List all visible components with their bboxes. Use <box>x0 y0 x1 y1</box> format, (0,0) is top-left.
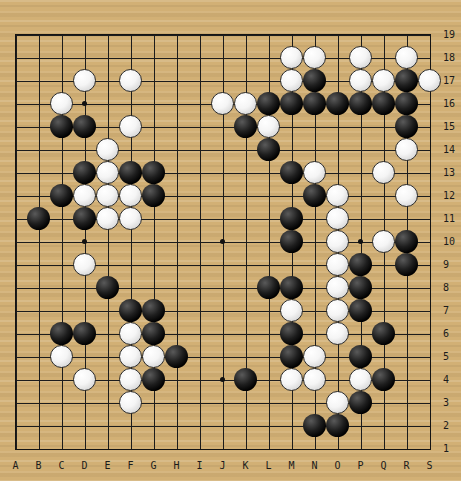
intersection-H9[interactable] <box>165 253 188 276</box>
intersection-O7[interactable] <box>326 299 349 322</box>
intersection-P10[interactable] <box>349 230 372 253</box>
intersection-N5[interactable] <box>303 345 326 368</box>
intersection-O1[interactable] <box>326 437 349 460</box>
intersection-D12[interactable] <box>73 184 96 207</box>
intersection-I3[interactable] <box>188 391 211 414</box>
intersection-B4[interactable] <box>27 368 50 391</box>
intersection-N6[interactable] <box>303 322 326 345</box>
intersection-H4[interactable] <box>165 368 188 391</box>
intersection-B12[interactable] <box>27 184 50 207</box>
intersection-S19[interactable] <box>418 23 441 46</box>
intersection-K10[interactable] <box>234 230 257 253</box>
intersection-E15[interactable] <box>96 115 119 138</box>
intersection-G7[interactable] <box>142 299 165 322</box>
intersection-D1[interactable] <box>73 437 96 460</box>
intersection-B18[interactable] <box>27 46 50 69</box>
intersection-I19[interactable] <box>188 23 211 46</box>
intersection-P2[interactable] <box>349 414 372 437</box>
intersection-C16[interactable] <box>50 92 73 115</box>
intersection-L16[interactable] <box>257 92 280 115</box>
intersection-J2[interactable] <box>211 414 234 437</box>
intersection-O16[interactable] <box>326 92 349 115</box>
intersection-Q8[interactable] <box>372 276 395 299</box>
intersection-E8[interactable] <box>96 276 119 299</box>
intersection-K4[interactable] <box>234 368 257 391</box>
intersection-G12[interactable] <box>142 184 165 207</box>
intersection-D6[interactable] <box>73 322 96 345</box>
intersection-L13[interactable] <box>257 161 280 184</box>
intersection-H19[interactable] <box>165 23 188 46</box>
intersection-S15[interactable] <box>418 115 441 138</box>
intersection-K7[interactable] <box>234 299 257 322</box>
intersection-A5[interactable] <box>4 345 27 368</box>
intersection-S10[interactable] <box>418 230 441 253</box>
intersection-F3[interactable] <box>119 391 142 414</box>
intersection-K8[interactable] <box>234 276 257 299</box>
intersection-R7[interactable] <box>395 299 418 322</box>
intersection-A7[interactable] <box>4 299 27 322</box>
intersection-A16[interactable] <box>4 92 27 115</box>
intersection-B2[interactable] <box>27 414 50 437</box>
intersection-P4[interactable] <box>349 368 372 391</box>
intersection-A4[interactable] <box>4 368 27 391</box>
intersection-N14[interactable] <box>303 138 326 161</box>
intersection-B11[interactable] <box>27 207 50 230</box>
intersection-M2[interactable] <box>280 414 303 437</box>
intersection-M16[interactable] <box>280 92 303 115</box>
intersection-M6[interactable] <box>280 322 303 345</box>
intersection-A8[interactable] <box>4 276 27 299</box>
intersection-F7[interactable] <box>119 299 142 322</box>
intersection-O18[interactable] <box>326 46 349 69</box>
intersection-N15[interactable] <box>303 115 326 138</box>
intersection-N9[interactable] <box>303 253 326 276</box>
intersection-S4[interactable] <box>418 368 441 391</box>
intersection-E3[interactable] <box>96 391 119 414</box>
intersection-P7[interactable] <box>349 299 372 322</box>
intersection-E14[interactable] <box>96 138 119 161</box>
intersection-F5[interactable] <box>119 345 142 368</box>
intersection-R10[interactable] <box>395 230 418 253</box>
intersection-C6[interactable] <box>50 322 73 345</box>
intersection-K16[interactable] <box>234 92 257 115</box>
intersection-B13[interactable] <box>27 161 50 184</box>
intersection-J12[interactable] <box>211 184 234 207</box>
intersection-P19[interactable] <box>349 23 372 46</box>
intersection-I6[interactable] <box>188 322 211 345</box>
intersection-N13[interactable] <box>303 161 326 184</box>
intersection-D4[interactable] <box>73 368 96 391</box>
intersection-H5[interactable] <box>165 345 188 368</box>
intersection-S12[interactable] <box>418 184 441 207</box>
intersection-O9[interactable] <box>326 253 349 276</box>
intersection-D9[interactable] <box>73 253 96 276</box>
intersection-F17[interactable] <box>119 69 142 92</box>
intersection-K3[interactable] <box>234 391 257 414</box>
intersection-I14[interactable] <box>188 138 211 161</box>
intersection-J11[interactable] <box>211 207 234 230</box>
intersection-A3[interactable] <box>4 391 27 414</box>
intersection-L5[interactable] <box>257 345 280 368</box>
intersection-J10[interactable] <box>211 230 234 253</box>
intersection-O8[interactable] <box>326 276 349 299</box>
intersection-N11[interactable] <box>303 207 326 230</box>
intersection-L6[interactable] <box>257 322 280 345</box>
intersection-S6[interactable] <box>418 322 441 345</box>
intersection-O3[interactable] <box>326 391 349 414</box>
intersection-E18[interactable] <box>96 46 119 69</box>
intersection-K18[interactable] <box>234 46 257 69</box>
intersection-L1[interactable] <box>257 437 280 460</box>
intersection-C8[interactable] <box>50 276 73 299</box>
intersection-M15[interactable] <box>280 115 303 138</box>
intersection-J15[interactable] <box>211 115 234 138</box>
intersection-M18[interactable] <box>280 46 303 69</box>
intersection-R2[interactable] <box>395 414 418 437</box>
intersection-L10[interactable] <box>257 230 280 253</box>
intersection-I13[interactable] <box>188 161 211 184</box>
intersection-J17[interactable] <box>211 69 234 92</box>
intersection-B17[interactable] <box>27 69 50 92</box>
intersection-O10[interactable] <box>326 230 349 253</box>
intersection-L7[interactable] <box>257 299 280 322</box>
intersection-B19[interactable] <box>27 23 50 46</box>
intersection-F15[interactable] <box>119 115 142 138</box>
intersection-J13[interactable] <box>211 161 234 184</box>
intersection-M7[interactable] <box>280 299 303 322</box>
intersection-B5[interactable] <box>27 345 50 368</box>
intersection-M10[interactable] <box>280 230 303 253</box>
intersection-F1[interactable] <box>119 437 142 460</box>
intersection-A12[interactable] <box>4 184 27 207</box>
intersection-H12[interactable] <box>165 184 188 207</box>
intersection-C13[interactable] <box>50 161 73 184</box>
intersection-S3[interactable] <box>418 391 441 414</box>
intersection-A14[interactable] <box>4 138 27 161</box>
intersection-M19[interactable] <box>280 23 303 46</box>
intersection-I9[interactable] <box>188 253 211 276</box>
intersection-F13[interactable] <box>119 161 142 184</box>
intersection-I8[interactable] <box>188 276 211 299</box>
intersection-G19[interactable] <box>142 23 165 46</box>
intersection-G13[interactable] <box>142 161 165 184</box>
intersection-H15[interactable] <box>165 115 188 138</box>
intersection-P5[interactable] <box>349 345 372 368</box>
intersection-L14[interactable] <box>257 138 280 161</box>
intersection-D16[interactable] <box>73 92 96 115</box>
intersection-L17[interactable] <box>257 69 280 92</box>
intersection-R4[interactable] <box>395 368 418 391</box>
intersection-P12[interactable] <box>349 184 372 207</box>
intersection-P18[interactable] <box>349 46 372 69</box>
intersection-D11[interactable] <box>73 207 96 230</box>
intersection-I11[interactable] <box>188 207 211 230</box>
intersection-H13[interactable] <box>165 161 188 184</box>
intersection-S18[interactable] <box>418 46 441 69</box>
intersection-S5[interactable] <box>418 345 441 368</box>
intersection-R18[interactable] <box>395 46 418 69</box>
intersection-E5[interactable] <box>96 345 119 368</box>
intersection-Q14[interactable] <box>372 138 395 161</box>
intersection-H11[interactable] <box>165 207 188 230</box>
intersection-O19[interactable] <box>326 23 349 46</box>
intersection-Q17[interactable] <box>372 69 395 92</box>
intersection-H14[interactable] <box>165 138 188 161</box>
intersection-C5[interactable] <box>50 345 73 368</box>
intersection-N16[interactable] <box>303 92 326 115</box>
intersection-J6[interactable] <box>211 322 234 345</box>
intersection-P11[interactable] <box>349 207 372 230</box>
intersection-N10[interactable] <box>303 230 326 253</box>
intersection-E2[interactable] <box>96 414 119 437</box>
intersection-I1[interactable] <box>188 437 211 460</box>
intersection-J3[interactable] <box>211 391 234 414</box>
intersection-S14[interactable] <box>418 138 441 161</box>
intersection-Q18[interactable] <box>372 46 395 69</box>
intersection-B10[interactable] <box>27 230 50 253</box>
intersection-G18[interactable] <box>142 46 165 69</box>
intersection-B6[interactable] <box>27 322 50 345</box>
intersection-G14[interactable] <box>142 138 165 161</box>
intersection-K19[interactable] <box>234 23 257 46</box>
intersection-P15[interactable] <box>349 115 372 138</box>
intersection-M12[interactable] <box>280 184 303 207</box>
intersection-G10[interactable] <box>142 230 165 253</box>
intersection-B14[interactable] <box>27 138 50 161</box>
intersection-C14[interactable] <box>50 138 73 161</box>
intersection-L15[interactable] <box>257 115 280 138</box>
intersection-A17[interactable] <box>4 69 27 92</box>
intersection-G17[interactable] <box>142 69 165 92</box>
intersection-G11[interactable] <box>142 207 165 230</box>
intersection-R17[interactable] <box>395 69 418 92</box>
intersection-I4[interactable] <box>188 368 211 391</box>
intersection-A15[interactable] <box>4 115 27 138</box>
intersection-D2[interactable] <box>73 414 96 437</box>
intersection-Q3[interactable] <box>372 391 395 414</box>
intersection-G3[interactable] <box>142 391 165 414</box>
intersection-L18[interactable] <box>257 46 280 69</box>
intersection-M1[interactable] <box>280 437 303 460</box>
intersection-B3[interactable] <box>27 391 50 414</box>
intersection-M13[interactable] <box>280 161 303 184</box>
intersection-L11[interactable] <box>257 207 280 230</box>
intersection-D5[interactable] <box>73 345 96 368</box>
intersection-R6[interactable] <box>395 322 418 345</box>
intersection-H7[interactable] <box>165 299 188 322</box>
intersection-R11[interactable] <box>395 207 418 230</box>
intersection-B8[interactable] <box>27 276 50 299</box>
intersection-I2[interactable] <box>188 414 211 437</box>
intersection-E4[interactable] <box>96 368 119 391</box>
intersection-A19[interactable] <box>4 23 27 46</box>
intersection-A6[interactable] <box>4 322 27 345</box>
intersection-S16[interactable] <box>418 92 441 115</box>
intersection-F8[interactable] <box>119 276 142 299</box>
intersection-L19[interactable] <box>257 23 280 46</box>
intersection-C17[interactable] <box>50 69 73 92</box>
intersection-D14[interactable] <box>73 138 96 161</box>
intersection-B7[interactable] <box>27 299 50 322</box>
intersection-M3[interactable] <box>280 391 303 414</box>
intersection-J7[interactable] <box>211 299 234 322</box>
intersection-B1[interactable] <box>27 437 50 460</box>
intersection-N8[interactable] <box>303 276 326 299</box>
intersection-A13[interactable] <box>4 161 27 184</box>
intersection-J1[interactable] <box>211 437 234 460</box>
intersection-E10[interactable] <box>96 230 119 253</box>
intersection-R5[interactable] <box>395 345 418 368</box>
intersection-I5[interactable] <box>188 345 211 368</box>
intersection-R8[interactable] <box>395 276 418 299</box>
intersection-P17[interactable] <box>349 69 372 92</box>
intersection-D8[interactable] <box>73 276 96 299</box>
intersection-J16[interactable] <box>211 92 234 115</box>
intersection-C10[interactable] <box>50 230 73 253</box>
intersection-S8[interactable] <box>418 276 441 299</box>
intersection-F19[interactable] <box>119 23 142 46</box>
intersection-F11[interactable] <box>119 207 142 230</box>
intersection-H3[interactable] <box>165 391 188 414</box>
intersection-G2[interactable] <box>142 414 165 437</box>
intersection-N1[interactable] <box>303 437 326 460</box>
intersection-A10[interactable] <box>4 230 27 253</box>
intersection-P13[interactable] <box>349 161 372 184</box>
intersection-L8[interactable] <box>257 276 280 299</box>
intersection-Q2[interactable] <box>372 414 395 437</box>
intersection-O5[interactable] <box>326 345 349 368</box>
intersection-O15[interactable] <box>326 115 349 138</box>
intersection-G16[interactable] <box>142 92 165 115</box>
intersection-N2[interactable] <box>303 414 326 437</box>
intersection-Q19[interactable] <box>372 23 395 46</box>
intersection-Q1[interactable] <box>372 437 395 460</box>
intersection-Q6[interactable] <box>372 322 395 345</box>
intersection-C3[interactable] <box>50 391 73 414</box>
intersection-H6[interactable] <box>165 322 188 345</box>
intersection-H18[interactable] <box>165 46 188 69</box>
intersection-K13[interactable] <box>234 161 257 184</box>
intersection-G8[interactable] <box>142 276 165 299</box>
intersection-M14[interactable] <box>280 138 303 161</box>
intersection-P6[interactable] <box>349 322 372 345</box>
intersection-N3[interactable] <box>303 391 326 414</box>
intersection-Q15[interactable] <box>372 115 395 138</box>
intersection-C1[interactable] <box>50 437 73 460</box>
intersection-N7[interactable] <box>303 299 326 322</box>
intersection-F9[interactable] <box>119 253 142 276</box>
intersection-A11[interactable] <box>4 207 27 230</box>
intersection-D17[interactable] <box>73 69 96 92</box>
intersection-O4[interactable] <box>326 368 349 391</box>
intersection-I15[interactable] <box>188 115 211 138</box>
intersection-O17[interactable] <box>326 69 349 92</box>
intersection-F18[interactable] <box>119 46 142 69</box>
intersection-R9[interactable] <box>395 253 418 276</box>
intersection-R16[interactable] <box>395 92 418 115</box>
intersection-K12[interactable] <box>234 184 257 207</box>
intersection-B9[interactable] <box>27 253 50 276</box>
intersection-O14[interactable] <box>326 138 349 161</box>
intersection-E13[interactable] <box>96 161 119 184</box>
intersection-N12[interactable] <box>303 184 326 207</box>
intersection-Q12[interactable] <box>372 184 395 207</box>
intersection-C7[interactable] <box>50 299 73 322</box>
intersection-H8[interactable] <box>165 276 188 299</box>
intersection-G15[interactable] <box>142 115 165 138</box>
intersection-S1[interactable] <box>418 437 441 460</box>
intersection-K17[interactable] <box>234 69 257 92</box>
intersection-F10[interactable] <box>119 230 142 253</box>
intersection-C9[interactable] <box>50 253 73 276</box>
intersection-A18[interactable] <box>4 46 27 69</box>
intersection-G4[interactable] <box>142 368 165 391</box>
intersection-G1[interactable] <box>142 437 165 460</box>
intersection-H10[interactable] <box>165 230 188 253</box>
intersection-E1[interactable] <box>96 437 119 460</box>
intersection-H17[interactable] <box>165 69 188 92</box>
intersection-Q4[interactable] <box>372 368 395 391</box>
intersection-S9[interactable] <box>418 253 441 276</box>
intersection-C15[interactable] <box>50 115 73 138</box>
intersection-O6[interactable] <box>326 322 349 345</box>
intersection-A9[interactable] <box>4 253 27 276</box>
intersection-P16[interactable] <box>349 92 372 115</box>
intersection-J8[interactable] <box>211 276 234 299</box>
intersection-D10[interactable] <box>73 230 96 253</box>
intersection-D19[interactable] <box>73 23 96 46</box>
intersection-N4[interactable] <box>303 368 326 391</box>
intersection-N17[interactable] <box>303 69 326 92</box>
intersection-P14[interactable] <box>349 138 372 161</box>
intersection-B16[interactable] <box>27 92 50 115</box>
intersection-I7[interactable] <box>188 299 211 322</box>
intersection-Q9[interactable] <box>372 253 395 276</box>
intersection-M11[interactable] <box>280 207 303 230</box>
intersection-H16[interactable] <box>165 92 188 115</box>
intersection-R1[interactable] <box>395 437 418 460</box>
intersection-I18[interactable] <box>188 46 211 69</box>
intersection-O12[interactable] <box>326 184 349 207</box>
intersection-R3[interactable] <box>395 391 418 414</box>
intersection-P8[interactable] <box>349 276 372 299</box>
intersection-J4[interactable] <box>211 368 234 391</box>
intersection-Q11[interactable] <box>372 207 395 230</box>
intersection-A2[interactable] <box>4 414 27 437</box>
intersection-D7[interactable] <box>73 299 96 322</box>
intersection-M9[interactable] <box>280 253 303 276</box>
intersection-H1[interactable] <box>165 437 188 460</box>
intersection-D13[interactable] <box>73 161 96 184</box>
intersection-E19[interactable] <box>96 23 119 46</box>
intersection-K6[interactable] <box>234 322 257 345</box>
intersection-K11[interactable] <box>234 207 257 230</box>
intersection-P3[interactable] <box>349 391 372 414</box>
intersection-N18[interactable] <box>303 46 326 69</box>
intersection-L3[interactable] <box>257 391 280 414</box>
intersection-N19[interactable] <box>303 23 326 46</box>
intersection-E7[interactable] <box>96 299 119 322</box>
intersection-Q7[interactable] <box>372 299 395 322</box>
intersection-L9[interactable] <box>257 253 280 276</box>
intersection-S11[interactable] <box>418 207 441 230</box>
intersection-Q10[interactable] <box>372 230 395 253</box>
intersection-J18[interactable] <box>211 46 234 69</box>
intersection-M17[interactable] <box>280 69 303 92</box>
intersection-K9[interactable] <box>234 253 257 276</box>
intersection-O11[interactable] <box>326 207 349 230</box>
intersection-I17[interactable] <box>188 69 211 92</box>
